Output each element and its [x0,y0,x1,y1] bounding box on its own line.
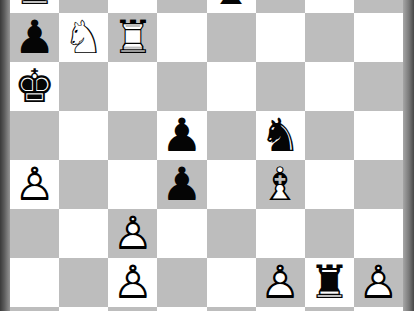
square-h4[interactable] [354,160,403,209]
piece-white-pawn-h2[interactable]: ♟♙ [354,258,403,307]
piece-white-pawn-c3[interactable]: ♟♙ [108,209,157,258]
square-b2[interactable] [59,258,108,307]
piece-solid-glyph: ♟ [157,111,206,160]
piece-solid-glyph: ♚ [10,62,59,111]
square-f4[interactable]: ♝♗ [256,160,305,209]
square-d1[interactable] [157,307,206,311]
square-b1[interactable] [59,307,108,311]
square-c2[interactable]: ♟♙ [108,258,157,307]
square-f2[interactable]: ♟♙ [256,258,305,307]
piece-solid-glyph: ♞ [256,111,305,160]
square-e1[interactable] [207,307,256,311]
square-c6[interactable] [108,62,157,111]
square-g3[interactable] [305,209,354,258]
square-h3[interactable] [354,209,403,258]
square-f6[interactable] [256,62,305,111]
square-e8[interactable]: ♝ [207,0,256,13]
square-e4[interactable] [207,160,256,209]
piece-solid-glyph: ♟ [157,160,206,209]
square-e5[interactable] [207,111,256,160]
square-a1[interactable] [10,307,59,311]
square-h6[interactable] [354,62,403,111]
square-h8[interactable] [354,0,403,13]
square-d6[interactable] [157,62,206,111]
piece-solid-glyph: ♟ [10,13,59,62]
square-a3[interactable] [10,209,59,258]
square-e3[interactable] [207,209,256,258]
piece-black-king-a6[interactable]: ♚ [10,62,59,111]
piece-black-pawn-d5[interactable]: ♟ [157,111,206,160]
piece-black-bishop-e8[interactable]: ♝ [207,0,256,13]
square-b3[interactable] [59,209,108,258]
square-a5[interactable] [10,111,59,160]
square-f5[interactable]: ♞ [256,111,305,160]
piece-white-bishop-f4[interactable]: ♝♗ [256,160,305,209]
chess-board: ♜♝♟♞♘♜♖♚♟♞♟♙♟♝♗♟♙♟♙♟♙♜♟♙ [10,0,403,311]
square-c7[interactable]: ♜♖ [108,13,157,62]
square-d7[interactable] [157,13,206,62]
square-b7[interactable]: ♞♘ [59,13,108,62]
square-f1[interactable] [256,307,305,311]
piece-black-rook-g2[interactable]: ♜ [305,258,354,307]
square-b6[interactable] [59,62,108,111]
square-c5[interactable] [108,111,157,160]
frame-left-bevel [0,0,10,311]
piece-black-pawn-d4[interactable]: ♟ [157,160,206,209]
square-c4[interactable] [108,160,157,209]
square-f7[interactable] [256,13,305,62]
piece-solid-glyph: ♜ [305,258,354,307]
square-e6[interactable] [207,62,256,111]
square-g8[interactable] [305,0,354,13]
piece-white-pawn-c2[interactable]: ♟♙ [108,258,157,307]
square-c3[interactable]: ♟♙ [108,209,157,258]
square-g5[interactable] [305,111,354,160]
square-d3[interactable] [157,209,206,258]
square-d4[interactable]: ♟ [157,160,206,209]
piece-white-knight-b7[interactable]: ♞♘ [59,13,108,62]
frame-right-bevel [403,0,414,311]
square-g2[interactable]: ♜ [305,258,354,307]
square-b4[interactable] [59,160,108,209]
square-g4[interactable] [305,160,354,209]
piece-white-rook-c7[interactable]: ♜♖ [108,13,157,62]
piece-outline-glyph: ♖ [108,13,157,62]
square-f3[interactable] [256,209,305,258]
square-g7[interactable] [305,13,354,62]
piece-white-pawn-a4[interactable]: ♟♙ [10,160,59,209]
piece-outline-glyph: ♙ [108,258,157,307]
piece-solid-glyph: ♝ [207,0,256,13]
chess-diagram: ♜♝♟♞♘♜♖♚♟♞♟♙♟♝♗♟♙♟♙♟♙♜♟♙ [0,0,414,311]
square-a6[interactable]: ♚ [10,62,59,111]
piece-outline-glyph: ♘ [59,13,108,62]
square-h2[interactable]: ♟♙ [354,258,403,307]
square-h1[interactable] [354,307,403,311]
piece-outline-glyph: ♙ [10,160,59,209]
piece-black-pawn-a7[interactable]: ♟ [10,13,59,62]
square-a7[interactable]: ♟ [10,13,59,62]
piece-outline-glyph: ♙ [108,209,157,258]
square-a2[interactable] [10,258,59,307]
square-e7[interactable] [207,13,256,62]
square-d8[interactable] [157,0,206,13]
piece-outline-glyph: ♙ [354,258,403,307]
piece-outline-glyph: ♙ [256,258,305,307]
square-h7[interactable] [354,13,403,62]
square-g6[interactable] [305,62,354,111]
board-grid: ♜♝♟♞♘♜♖♚♟♞♟♙♟♝♗♟♙♟♙♟♙♜♟♙ [10,0,403,311]
square-g1[interactable] [305,307,354,311]
piece-white-pawn-f2[interactable]: ♟♙ [256,258,305,307]
square-d2[interactable] [157,258,206,307]
piece-black-knight-f5[interactable]: ♞ [256,111,305,160]
square-f8[interactable] [256,0,305,13]
piece-outline-glyph: ♗ [256,160,305,209]
square-h5[interactable] [354,111,403,160]
square-a4[interactable]: ♟♙ [10,160,59,209]
square-d5[interactable]: ♟ [157,111,206,160]
square-e2[interactable] [207,258,256,307]
square-b5[interactable] [59,111,108,160]
square-c1[interactable] [108,307,157,311]
